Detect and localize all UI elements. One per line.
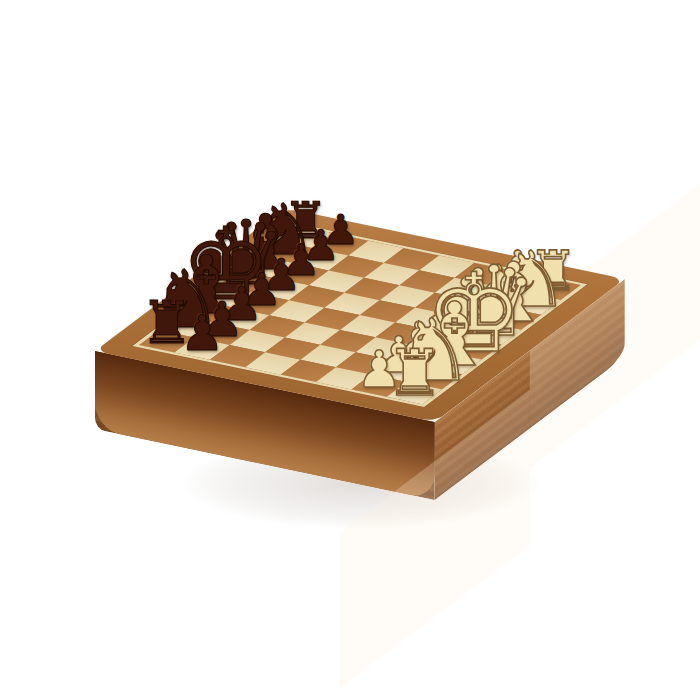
product-photo-scene: ♜♞♝♛♚♝♞♜♟♟♟♟♟♟♟♟♟♟♟♟♟♟♟♟♜♞♝♛♚♝♞♜ bbox=[0, 0, 700, 700]
latch-notch-scoop bbox=[238, 407, 286, 444]
hinge bbox=[574, 316, 583, 331]
hinge bbox=[497, 407, 506, 421]
